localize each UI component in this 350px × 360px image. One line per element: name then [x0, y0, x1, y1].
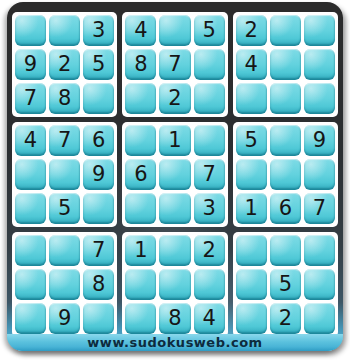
cell-r2c9[interactable]: [304, 49, 335, 80]
cell-r9c3[interactable]: [83, 303, 114, 334]
cell-r5c1[interactable]: [15, 159, 46, 190]
cell-r2c5[interactable]: 7: [159, 49, 190, 80]
cell-r5c5[interactable]: [159, 159, 190, 190]
cell-r6c7[interactable]: 1: [236, 193, 267, 224]
cell-r4c9[interactable]: 9: [304, 125, 335, 156]
cell-r9c6[interactable]: 4: [194, 303, 225, 334]
cell-r3c5[interactable]: 2: [159, 83, 190, 114]
box-2-3: 59167: [233, 122, 338, 227]
box-1-1: 392578: [12, 12, 117, 117]
box-3-1: 789: [12, 232, 117, 337]
cell-r4c4[interactable]: [125, 125, 156, 156]
cell-r8c4[interactable]: [125, 269, 156, 300]
cell-r4c5[interactable]: 1: [159, 125, 190, 156]
cell-r8c1[interactable]: [15, 269, 46, 300]
cell-r8c3[interactable]: 8: [83, 269, 114, 300]
cell-r9c9[interactable]: [304, 303, 335, 334]
sudoku-grid: 392578458722447695167359167789128452: [12, 12, 338, 337]
sudoku-page: 392578458722447695167359167789128452 www…: [0, 0, 350, 360]
cell-r8c6[interactable]: [194, 269, 225, 300]
cell-r2c3[interactable]: 5: [83, 49, 114, 80]
cell-r6c2[interactable]: 5: [49, 193, 80, 224]
cell-r1c7[interactable]: 2: [236, 15, 267, 46]
cell-r1c5[interactable]: [159, 15, 190, 46]
cell-r6c1[interactable]: [15, 193, 46, 224]
cell-r7c6[interactable]: 2: [194, 235, 225, 266]
cell-r4c3[interactable]: 6: [83, 125, 114, 156]
cell-r8c9[interactable]: [304, 269, 335, 300]
site-url[interactable]: www.sudokusweb.com: [87, 335, 262, 350]
cell-r9c5[interactable]: 8: [159, 303, 190, 334]
cell-r1c3[interactable]: 3: [83, 15, 114, 46]
cell-r5c7[interactable]: [236, 159, 267, 190]
cell-r2c6[interactable]: [194, 49, 225, 80]
cell-r7c3[interactable]: 7: [83, 235, 114, 266]
cell-r4c1[interactable]: 4: [15, 125, 46, 156]
cell-r7c2[interactable]: [49, 235, 80, 266]
cell-r3c6[interactable]: [194, 83, 225, 114]
cell-r1c2[interactable]: [49, 15, 80, 46]
cell-r5c4[interactable]: 6: [125, 159, 156, 190]
cell-r8c5[interactable]: [159, 269, 190, 300]
cell-r2c2[interactable]: 2: [49, 49, 80, 80]
cell-r5c6[interactable]: 7: [194, 159, 225, 190]
cell-r9c1[interactable]: [15, 303, 46, 334]
footer-bar: www.sudokusweb.com: [7, 334, 343, 351]
cell-r4c7[interactable]: 5: [236, 125, 267, 156]
cell-r6c6[interactable]: 3: [194, 193, 225, 224]
cell-r1c9[interactable]: [304, 15, 335, 46]
cell-r1c4[interactable]: 4: [125, 15, 156, 46]
cell-r7c4[interactable]: 1: [125, 235, 156, 266]
cell-r2c7[interactable]: 4: [236, 49, 267, 80]
cell-r6c3[interactable]: [83, 193, 114, 224]
cell-r5c8[interactable]: [270, 159, 301, 190]
cell-r9c2[interactable]: 9: [49, 303, 80, 334]
cell-r3c4[interactable]: [125, 83, 156, 114]
cell-r3c1[interactable]: 7: [15, 83, 46, 114]
cell-r6c9[interactable]: 7: [304, 193, 335, 224]
cell-r6c8[interactable]: 6: [270, 193, 301, 224]
box-3-3: 52: [233, 232, 338, 337]
cell-r7c9[interactable]: [304, 235, 335, 266]
box-1-3: 24: [233, 12, 338, 117]
cell-r6c5[interactable]: [159, 193, 190, 224]
cell-r9c8[interactable]: 2: [270, 303, 301, 334]
cell-r1c8[interactable]: [270, 15, 301, 46]
cell-r7c5[interactable]: [159, 235, 190, 266]
cell-r8c2[interactable]: [49, 269, 80, 300]
cell-r1c1[interactable]: [15, 15, 46, 46]
cell-r2c8[interactable]: [270, 49, 301, 80]
cell-r9c7[interactable]: [236, 303, 267, 334]
box-2-2: 1673: [122, 122, 227, 227]
cell-r7c1[interactable]: [15, 235, 46, 266]
cell-r2c4[interactable]: 8: [125, 49, 156, 80]
box-2-1: 47695: [12, 122, 117, 227]
cell-r2c1[interactable]: 9: [15, 49, 46, 80]
cell-r7c8[interactable]: [270, 235, 301, 266]
cell-r8c7[interactable]: [236, 269, 267, 300]
cell-r1c6[interactable]: 5: [194, 15, 225, 46]
cell-r6c4[interactable]: [125, 193, 156, 224]
box-3-2: 1284: [122, 232, 227, 337]
sudoku-board-frame: 392578458722447695167359167789128452 www…: [7, 2, 343, 351]
cell-r8c8[interactable]: 5: [270, 269, 301, 300]
cell-r5c3[interactable]: 9: [83, 159, 114, 190]
cell-r5c2[interactable]: [49, 159, 80, 190]
cell-r3c9[interactable]: [304, 83, 335, 114]
cell-r4c2[interactable]: 7: [49, 125, 80, 156]
cell-r5c9[interactable]: [304, 159, 335, 190]
cell-r3c7[interactable]: [236, 83, 267, 114]
cell-r4c8[interactable]: [270, 125, 301, 156]
cell-r3c3[interactable]: [83, 83, 114, 114]
cell-r3c2[interactable]: 8: [49, 83, 80, 114]
cell-r4c6[interactable]: [194, 125, 225, 156]
cell-r3c8[interactable]: [270, 83, 301, 114]
box-1-2: 45872: [122, 12, 227, 117]
cell-r9c4[interactable]: [125, 303, 156, 334]
cell-r7c7[interactable]: [236, 235, 267, 266]
